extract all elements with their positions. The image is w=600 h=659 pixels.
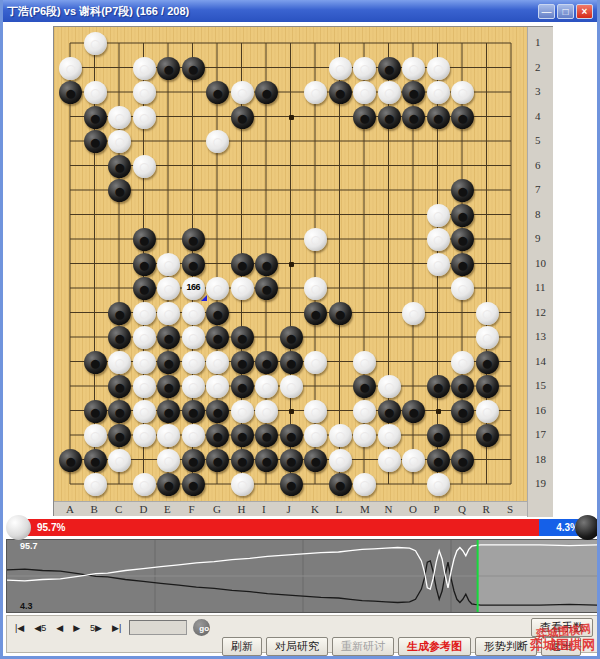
col-label-K: K (311, 503, 319, 515)
white-stone-M19: ○ (352, 472, 377, 497)
white-stone-G15: ○ (205, 374, 230, 399)
white-stone-E11: ○ (156, 276, 181, 301)
nav-forward-button[interactable]: ▶ (71, 622, 82, 634)
white-stone-O12: ○ (401, 301, 426, 326)
black-stone-J14: ● (279, 350, 304, 375)
white-stone-H19: ○ (230, 472, 255, 497)
graph-min-label: 4.3 (20, 601, 33, 611)
col-label-H: H (238, 503, 246, 515)
black-stone-F16: ● (181, 399, 206, 424)
black-stone-J13: ● (279, 325, 304, 350)
white-stone-D17: ○ (132, 423, 157, 448)
white-stone-D3: ○ (132, 80, 157, 105)
col-label-C: C (115, 503, 122, 515)
row-label-9: 9 (535, 232, 541, 244)
last-move-number: 166 (182, 282, 205, 292)
white-stone-F11: ○166 (181, 276, 206, 301)
black-stone-P18: ● (426, 448, 451, 473)
white-stone-Q11: ○ (450, 276, 475, 301)
black-stone-O16: ● (401, 399, 426, 424)
white-stone-D12: ○ (132, 301, 157, 326)
black-stone-C7: ● (107, 178, 132, 203)
black-stone-I3: ● (254, 80, 279, 105)
black-stone-Q4: ● (450, 105, 475, 130)
white-stone-C5: ○ (107, 129, 132, 154)
white-stone-C4: ○ (107, 105, 132, 130)
col-label-B: B (91, 503, 98, 515)
row-label-18: 18 (535, 453, 546, 465)
black-stone-H10: ● (230, 252, 255, 277)
white-stone-B19: ○ (83, 472, 108, 497)
black-stone-I18: ● (254, 448, 279, 473)
white-stone-D14: ○ (132, 350, 157, 375)
white-stone-G5: ○ (205, 129, 230, 154)
close-button[interactable]: × (576, 4, 593, 19)
black-stone-H14: ● (230, 350, 255, 375)
black-stone-O3: ● (401, 80, 426, 105)
white-stone-H16: ○ (230, 399, 255, 424)
col-label-I: I (262, 503, 266, 515)
black-stone-C6: ● (107, 154, 132, 179)
white-stone-F15: ○ (181, 374, 206, 399)
col-label-G: G (213, 503, 221, 515)
row-label-19: 19 (535, 477, 546, 489)
white-stone-H11: ○ (230, 276, 255, 301)
column-coordinates: ABCDEFGHIJKLMNOPQRS (54, 501, 527, 516)
white-stone-G14: ○ (205, 350, 230, 375)
white-stone-R16: ○ (475, 399, 500, 424)
black-stone-G17: ● (205, 423, 230, 448)
black-stone-Q9: ● (450, 227, 475, 252)
col-label-N: N (385, 503, 393, 515)
white-stone-F12: ○ (181, 301, 206, 326)
black-stone-F19: ● (181, 472, 206, 497)
row-label-2: 2 (535, 61, 541, 73)
black-stone-A18: ● (58, 448, 83, 473)
white-stone-P3: ○ (426, 80, 451, 105)
black-stone-L12: ● (328, 301, 353, 326)
situation-judge-button[interactable]: 形势判断 (475, 637, 537, 656)
black-stone-I10: ● (254, 252, 279, 277)
black-stone-Q18: ● (450, 448, 475, 473)
white-stone-D15: ○ (132, 374, 157, 399)
white-stone-C14: ○ (107, 350, 132, 375)
black-stone-J17: ● (279, 423, 304, 448)
black-stone-G13: ● (205, 325, 230, 350)
black-stone-Q8: ● (450, 203, 475, 228)
window-title: 丁浩(P6段) vs 谢科(P7段) (166 / 208) (7, 4, 189, 19)
black-stone-R17: ● (475, 423, 500, 448)
col-label-D: D (140, 503, 148, 515)
white-stone-H3: ○ (230, 80, 255, 105)
black-stone-G16: ● (205, 399, 230, 424)
white-stone-P10: ○ (426, 252, 451, 277)
white-stone-R12: ○ (475, 301, 500, 326)
white-stone-L18: ○ (328, 448, 353, 473)
black-stone-B14: ● (83, 350, 108, 375)
minimize-button[interactable]: — (538, 4, 555, 19)
black-stone-E16: ● (156, 399, 181, 424)
black-stone-M4: ● (352, 105, 377, 130)
col-label-S: S (507, 503, 513, 515)
white-winrate-segment: 95.7% (25, 519, 539, 536)
white-stone-L17: ○ (328, 423, 353, 448)
black-stone-B4: ● (83, 105, 108, 130)
white-stone-F14: ○ (181, 350, 206, 375)
col-label-P: P (434, 503, 440, 515)
black-stone-L19: ● (328, 472, 353, 497)
nav-first-button[interactable]: |◀ (13, 622, 26, 634)
black-stone-E14: ● (156, 350, 181, 375)
white-stone-Q3: ○ (450, 80, 475, 105)
black-stone-B5: ● (83, 129, 108, 154)
white-stone-K9: ○ (303, 227, 328, 252)
black-stone-C12: ● (107, 301, 132, 326)
black-stone-F18: ● (181, 448, 206, 473)
white-stone-K16: ○ (303, 399, 328, 424)
col-label-L: L (336, 503, 343, 515)
black-stone-R15: ● (475, 374, 500, 399)
black-stone-H4: ● (230, 105, 255, 130)
black-stone-E15: ● (156, 374, 181, 399)
navigation-row: |◀ ◀5 ◀ ▶ 5▶ ▶| go (13, 619, 210, 636)
view-move-numbers-button[interactable]: 查看手数 (531, 618, 593, 637)
go-board[interactable]: ○○○●●○○●○○●○○●○●○●○○●○○●○○●●●●●●●○○●○●●○… (54, 27, 527, 501)
black-stone-D9: ● (132, 227, 157, 252)
black-stone-P17: ● (426, 423, 451, 448)
refresh-button[interactable]: 刷新 (222, 637, 262, 656)
row-label-4: 4 (535, 110, 541, 122)
white-stone-D16: ○ (132, 399, 157, 424)
white-stone-F13: ○ (181, 325, 206, 350)
black-stone-C17: ● (107, 423, 132, 448)
white-stone-K17: ○ (303, 423, 328, 448)
white-stone-B1: ○ (83, 31, 108, 56)
black-stone-C16: ● (107, 399, 132, 424)
white-stone-C18: ○ (107, 448, 132, 473)
black-stone-icon (575, 515, 600, 540)
white-stone-M2: ○ (352, 56, 377, 81)
black-stone-P4: ● (426, 105, 451, 130)
col-label-Q: Q (458, 503, 466, 515)
col-label-O: O (409, 503, 417, 515)
black-stone-Q16: ● (450, 399, 475, 424)
white-stone-D4: ○ (132, 105, 157, 130)
black-stone-L3: ● (328, 80, 353, 105)
white-stone-B17: ○ (83, 423, 108, 448)
black-stone-P15: ● (426, 374, 451, 399)
white-stone-E18: ○ (156, 448, 181, 473)
col-label-A: A (66, 503, 74, 515)
control-panel: |◀ ◀5 ◀ ▶ 5▶ ▶| go 查看手数 刷新 对局研究 重新研讨 生成参… (6, 615, 600, 653)
black-stone-H17: ● (230, 423, 255, 448)
white-stone-D13: ○ (132, 325, 157, 350)
black-stone-M15: ● (352, 374, 377, 399)
col-label-J: J (287, 503, 291, 515)
white-stone-O18: ○ (401, 448, 426, 473)
white-stone-D2: ○ (132, 56, 157, 81)
star-point (426, 399, 451, 424)
white-stone-I15: ○ (254, 374, 279, 399)
generate-reference-button[interactable]: 生成参考图 (398, 637, 471, 656)
black-stone-E13: ● (156, 325, 181, 350)
row-label-15: 15 (535, 379, 546, 391)
white-stone-icon (6, 515, 31, 540)
exit-button[interactable]: 退出 (541, 637, 581, 656)
white-stone-M17: ○ (352, 423, 377, 448)
row-label-13: 13 (535, 330, 546, 342)
black-stone-C15: ● (107, 374, 132, 399)
white-stone-N18: ○ (377, 448, 402, 473)
col-label-F: F (189, 503, 195, 515)
white-stone-N3: ○ (377, 80, 402, 105)
black-stone-H18: ● (230, 448, 255, 473)
white-stone-E17: ○ (156, 423, 181, 448)
black-stone-G12: ● (205, 301, 230, 326)
white-stone-G11: ○ (205, 276, 230, 301)
go-board-block: ○○○●●○○●○○●○○●○●○●○○●○○●○○●●●●●●●○○●○●●○… (53, 26, 553, 516)
black-stone-J18: ● (279, 448, 304, 473)
go-button[interactable]: go (193, 619, 210, 636)
white-winrate-label: 95.7% (37, 522, 65, 533)
row-label-8: 8 (535, 208, 541, 220)
white-stone-P8: ○ (426, 203, 451, 228)
white-stone-D6: ○ (132, 154, 157, 179)
black-stone-G3: ● (205, 80, 230, 105)
white-stone-M16: ○ (352, 399, 377, 424)
black-stone-G18: ● (205, 448, 230, 473)
white-stone-E10: ○ (156, 252, 181, 277)
rediscuss-button[interactable]: 重新研讨 (332, 637, 394, 656)
black-stone-N16: ● (377, 399, 402, 424)
black-stone-I17: ● (254, 423, 279, 448)
winrate-graph[interactable]: 95.7 4.3 (6, 539, 600, 613)
row-label-12: 12 (535, 306, 546, 318)
black-stone-R14: ● (475, 350, 500, 375)
black-stone-H13: ● (230, 325, 255, 350)
black-stone-N4: ● (377, 105, 402, 130)
title-bar[interactable]: 丁浩(P6段) vs 谢科(P7段) (166 / 208) — □ × (3, 0, 597, 22)
white-stone-I16: ○ (254, 399, 279, 424)
white-stone-R13: ○ (475, 325, 500, 350)
row-label-6: 6 (535, 159, 541, 171)
black-stone-B18: ● (83, 448, 108, 473)
action-button-row: 刷新 对局研究 重新研讨 生成参考图 形势判断 退出 (7, 637, 599, 656)
col-label-R: R (483, 503, 490, 515)
black-stone-F9: ● (181, 227, 206, 252)
star-point (279, 105, 304, 130)
stone-grid: ○○○●●○○●○○●○○●○●○●○○●○○●○○●●●●●●●○○●○●●○… (58, 31, 524, 497)
game-study-button[interactable]: 对局研究 (266, 637, 328, 656)
white-stone-B3: ○ (83, 80, 108, 105)
black-stone-D10: ● (132, 252, 157, 277)
row-coordinates: 12345678910111213141516171819 (527, 27, 553, 517)
white-stone-N17: ○ (377, 423, 402, 448)
white-stone-K14: ○ (303, 350, 328, 375)
row-label-7: 7 (535, 183, 541, 195)
white-stone-N15: ○ (377, 374, 402, 399)
black-stone-E2: ● (156, 56, 181, 81)
col-label-E: E (164, 503, 171, 515)
black-stone-I14: ● (254, 350, 279, 375)
nav-back-button[interactable]: ◀ (54, 622, 65, 634)
white-stone-K3: ○ (303, 80, 328, 105)
nav-back5-button[interactable]: ◀5 (32, 622, 48, 634)
white-stone-Q14: ○ (450, 350, 475, 375)
winrate-bar: 95.7% 4.3% (6, 519, 600, 536)
white-stone-M3: ○ (352, 80, 377, 105)
app-window: 丁浩(P6段) vs 谢科(P7段) (166 / 208) — □ × ○○○… (0, 0, 600, 659)
black-stone-H15: ● (230, 374, 255, 399)
white-stone-M14: ○ (352, 350, 377, 375)
black-stone-I11: ● (254, 276, 279, 301)
black-stone-N2: ● (377, 56, 402, 81)
white-stone-F17: ○ (181, 423, 206, 448)
maximize-button[interactable]: □ (557, 4, 574, 19)
col-label-M: M (360, 503, 370, 515)
row-label-16: 16 (535, 404, 546, 416)
row-label-10: 10 (535, 257, 546, 269)
black-stone-Q10: ● (450, 252, 475, 277)
black-stone-A3: ● (58, 80, 83, 105)
white-stone-P2: ○ (426, 56, 451, 81)
white-stone-E12: ○ (156, 301, 181, 326)
white-stone-L2: ○ (328, 56, 353, 81)
last-move-triangle-icon (201, 295, 207, 301)
black-stone-C13: ● (107, 325, 132, 350)
black-stone-J19: ● (279, 472, 304, 497)
graph-max-label: 95.7 (20, 541, 38, 551)
black-stone-B16: ● (83, 399, 108, 424)
black-stone-K12: ● (303, 301, 328, 326)
white-stone-P19: ○ (426, 472, 451, 497)
nav-last-button[interactable]: ▶| (110, 622, 123, 634)
row-label-11: 11 (535, 281, 546, 293)
row-label-3: 3 (535, 85, 541, 97)
black-stone-K18: ● (303, 448, 328, 473)
black-stone-D11: ● (132, 276, 157, 301)
black-stone-F2: ● (181, 56, 206, 81)
star-point (279, 252, 304, 277)
row-label-5: 5 (535, 134, 541, 146)
nav-forward5-button[interactable]: 5▶ (88, 622, 104, 634)
black-stone-F10: ● (181, 252, 206, 277)
row-label-17: 17 (535, 428, 546, 440)
white-stone-P9: ○ (426, 227, 451, 252)
move-number-input[interactable] (129, 620, 187, 635)
black-stone-Q15: ● (450, 374, 475, 399)
winrate-graph-plot (7, 540, 599, 612)
black-stone-O4: ● (401, 105, 426, 130)
row-label-1: 1 (535, 36, 541, 48)
black-stone-E19: ● (156, 472, 181, 497)
row-label-14: 14 (535, 355, 546, 367)
star-point (279, 399, 304, 424)
white-stone-J15: ○ (279, 374, 304, 399)
white-stone-D19: ○ (132, 472, 157, 497)
white-stone-O2: ○ (401, 56, 426, 81)
black-stone-Q7: ● (450, 178, 475, 203)
white-stone-A2: ○ (58, 56, 83, 81)
white-stone-K11: ○ (303, 276, 328, 301)
